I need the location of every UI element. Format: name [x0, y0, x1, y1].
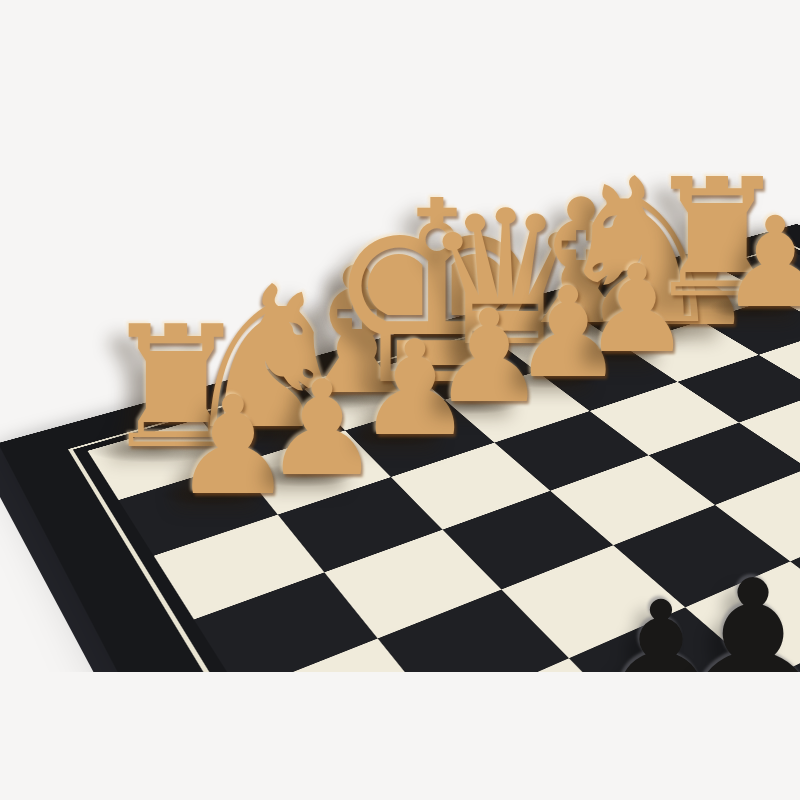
pieces-layer: ♜♞♝♚♛♝♞♜♟♟♟♟♟♟♟♟♟♟ — [0, 0, 800, 672]
product-photo-stage: Overhead-angle product photograph of a l… — [0, 0, 800, 800]
piece-white-pawn-c2[interactable]: ♟ — [583, 249, 691, 370]
piece-black-pawn-f7[interactable]: ♟ — [665, 554, 800, 672]
piece-white-pawn-a2[interactable]: ♟ — [719, 200, 800, 325]
scene-clip: ♜♞♝♚♛♝♞♜♟♟♟♟♟♟♟♟♟♟ — [0, 0, 800, 672]
